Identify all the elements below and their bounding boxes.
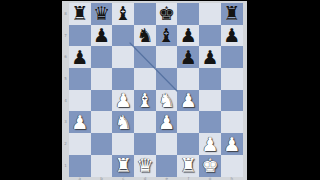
- rank-labels: 87654321: [62, 3, 69, 177]
- square-d6[interactable]: [134, 46, 156, 68]
- file-label-g: g: [199, 177, 221, 180]
- screen: { "game": "chess", "position": { "fen": …: [0, 0, 320, 180]
- square-d7[interactable]: ♞: [134, 25, 156, 47]
- square-h5[interactable]: [221, 68, 243, 90]
- square-e6[interactable]: [156, 46, 178, 68]
- black-king[interactable]: ♚: [156, 3, 178, 25]
- rank-label-7: 7: [62, 25, 69, 47]
- rank-label-2: 2: [62, 133, 69, 155]
- square-f4[interactable]: ♟: [177, 90, 199, 112]
- square-e2[interactable]: [156, 133, 178, 155]
- file-label-d: d: [134, 177, 156, 180]
- square-a1[interactable]: [69, 155, 91, 177]
- square-e8[interactable]: ♚: [156, 3, 178, 25]
- square-c2[interactable]: [112, 133, 134, 155]
- square-d1[interactable]: ♛: [134, 155, 156, 177]
- square-c1[interactable]: ♜: [112, 155, 134, 177]
- square-a3[interactable]: ♟: [69, 111, 91, 133]
- square-b7[interactable]: ♟: [91, 25, 113, 47]
- square-b3[interactable]: [91, 111, 113, 133]
- chessboard: ♜♛♝♚♜♟♞♝♟♟♟♟♟♟♝♞♟♟♞♟♟♟♜♛♜♚: [69, 3, 243, 177]
- square-b8[interactable]: ♛: [91, 3, 113, 25]
- square-g7[interactable]: [199, 25, 221, 47]
- white-pawn[interactable]: ♟: [112, 90, 134, 112]
- square-f5[interactable]: [177, 68, 199, 90]
- rank-label-5: 5: [62, 68, 69, 90]
- square-b2[interactable]: [91, 133, 113, 155]
- square-e3[interactable]: ♟: [156, 111, 178, 133]
- square-g5[interactable]: [199, 68, 221, 90]
- rank-label-4: 4: [62, 90, 69, 112]
- square-f3[interactable]: [177, 111, 199, 133]
- white-pawn[interactable]: ♟: [221, 133, 243, 155]
- square-c3[interactable]: ♞: [112, 111, 134, 133]
- black-queen[interactable]: ♛: [91, 3, 113, 25]
- file-label-a: a: [69, 177, 91, 180]
- square-d8[interactable]: [134, 3, 156, 25]
- square-b1[interactable]: [91, 155, 113, 177]
- white-queen[interactable]: ♛: [134, 155, 156, 177]
- black-bishop[interactable]: ♝: [156, 25, 178, 47]
- file-label-h: h: [221, 177, 243, 180]
- square-g2[interactable]: ♟: [199, 133, 221, 155]
- white-rook[interactable]: ♜: [177, 155, 199, 177]
- square-c5[interactable]: [112, 68, 134, 90]
- square-h6[interactable]: [221, 46, 243, 68]
- square-g8[interactable]: [199, 3, 221, 25]
- rank-label-8: 8: [62, 3, 69, 25]
- square-c6[interactable]: [112, 46, 134, 68]
- white-pawn[interactable]: ♟: [177, 90, 199, 112]
- file-label-b: b: [91, 177, 113, 180]
- square-g6[interactable]: ♟: [199, 46, 221, 68]
- file-labels: abcdefgh: [69, 177, 243, 180]
- white-knight[interactable]: ♞: [112, 111, 134, 133]
- square-h7[interactable]: ♟: [221, 25, 243, 47]
- black-rook[interactable]: ♜: [69, 3, 91, 25]
- file-label-e: e: [156, 177, 178, 180]
- square-g1[interactable]: ♚: [199, 155, 221, 177]
- square-a2[interactable]: [69, 133, 91, 155]
- rank-label-6: 6: [62, 46, 69, 68]
- square-d3[interactable]: [134, 111, 156, 133]
- square-b4[interactable]: [91, 90, 113, 112]
- square-a4[interactable]: [69, 90, 91, 112]
- white-knight[interactable]: ♞: [156, 90, 178, 112]
- black-pawn[interactable]: ♟: [221, 25, 243, 47]
- square-b6[interactable]: [91, 46, 113, 68]
- square-c7[interactable]: [112, 25, 134, 47]
- square-a7[interactable]: [69, 25, 91, 47]
- black-rook[interactable]: ♜: [221, 3, 243, 25]
- rank-label-3: 3: [62, 111, 69, 133]
- file-label-c: c: [112, 177, 134, 180]
- square-f2[interactable]: [177, 133, 199, 155]
- white-pawn[interactable]: ♟: [156, 111, 178, 133]
- rank-label-1: 1: [62, 155, 69, 177]
- square-f1[interactable]: ♜: [177, 155, 199, 177]
- black-knight[interactable]: ♞: [134, 25, 156, 47]
- white-pawn[interactable]: ♟: [69, 111, 91, 133]
- square-h4[interactable]: [221, 90, 243, 112]
- square-h1[interactable]: [221, 155, 243, 177]
- black-pawn[interactable]: ♟: [69, 46, 91, 68]
- file-label-f: f: [177, 177, 199, 180]
- square-d2[interactable]: [134, 133, 156, 155]
- black-pawn[interactable]: ♟: [177, 25, 199, 47]
- square-e1[interactable]: [156, 155, 178, 177]
- white-pawn[interactable]: ♟: [199, 133, 221, 155]
- square-c4[interactable]: ♟: [112, 90, 134, 112]
- square-h8[interactable]: ♜: [221, 3, 243, 25]
- square-f7[interactable]: ♟: [177, 25, 199, 47]
- white-rook[interactable]: ♜: [112, 155, 134, 177]
- square-d4[interactable]: ♝: [134, 90, 156, 112]
- square-h3[interactable]: [221, 111, 243, 133]
- square-b5[interactable]: [91, 68, 113, 90]
- square-d5[interactable]: [134, 68, 156, 90]
- black-pawn[interactable]: ♟: [91, 25, 113, 47]
- square-g4[interactable]: [199, 90, 221, 112]
- square-a8[interactable]: ♜: [69, 3, 91, 25]
- square-a6[interactable]: ♟: [69, 46, 91, 68]
- square-a5[interactable]: [69, 68, 91, 90]
- square-g3[interactable]: [199, 111, 221, 133]
- square-e5[interactable]: [156, 68, 178, 90]
- square-c8[interactable]: ♝: [112, 3, 134, 25]
- chessboard-widget: 87654321 ♜♛♝♚♜♟♞♝♟♟♟♟♟♟♝♞♟♟♞♟♟♟♜♛♜♚ abcd…: [62, 1, 247, 180]
- black-pawn[interactable]: ♟: [199, 46, 221, 68]
- square-e4[interactable]: ♞: [156, 90, 178, 112]
- black-bishop[interactable]: ♝: [112, 3, 134, 25]
- white-bishop[interactable]: ♝: [134, 90, 156, 112]
- black-pawn[interactable]: ♟: [177, 46, 199, 68]
- square-f6[interactable]: ♟: [177, 46, 199, 68]
- square-h2[interactable]: ♟: [221, 133, 243, 155]
- square-f8[interactable]: [177, 3, 199, 25]
- white-king[interactable]: ♚: [199, 155, 221, 177]
- square-e7[interactable]: ♝: [156, 25, 178, 47]
